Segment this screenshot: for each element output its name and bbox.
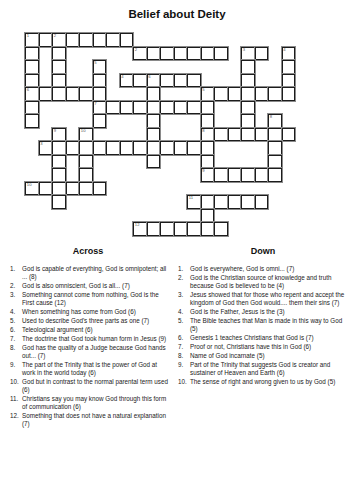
down-clue-list: 1.God is everywhere, God is omni... (7)2…	[178, 265, 348, 386]
grid-cell[interactable]	[147, 222, 161, 236]
blocked-cell	[106, 128, 120, 142]
grid-cell[interactable]	[282, 74, 296, 88]
clue-number: 1.	[10, 265, 22, 273]
grid-cell[interactable]: 12	[133, 222, 147, 236]
clue-item: 4.When something has come from God (6)	[10, 308, 170, 316]
cell-number: 1	[27, 34, 29, 39]
blocked-cell	[120, 128, 134, 142]
blocked-cell	[120, 182, 134, 196]
grid-cell[interactable]	[147, 114, 161, 128]
grid-cell[interactable]	[52, 47, 66, 61]
clue-number: 4.	[178, 308, 190, 316]
grid-cell[interactable]	[147, 101, 161, 115]
blocked-cell	[187, 128, 201, 142]
blocked-cell	[187, 60, 201, 74]
blocked-cell	[160, 168, 174, 182]
grid-cell[interactable]	[174, 47, 188, 61]
down-header: Down	[178, 246, 348, 256]
crossword-grid: 122345466578910839101112	[25, 33, 295, 236]
clue-number: 9.	[10, 361, 22, 369]
clue-number: 4.	[10, 308, 22, 316]
grid-cell[interactable]	[120, 101, 134, 115]
clue-item: 5.The Bible teaches that Man is made in …	[178, 317, 348, 333]
blocked-cell	[120, 47, 134, 61]
grid-cell[interactable]	[282, 60, 296, 74]
grid-cell[interactable]	[241, 195, 255, 209]
clue-text: God is capable of everything, God is omn…	[22, 265, 170, 281]
clue-number: 6.	[10, 326, 22, 334]
blocked-cell	[228, 141, 242, 155]
blocked-cell	[106, 155, 120, 169]
grid-cell[interactable]	[52, 74, 66, 88]
grid-cell[interactable]	[268, 87, 282, 101]
grid-cell[interactable]	[241, 60, 255, 74]
grid-cell[interactable]	[147, 155, 161, 169]
page-title: Belief about Deity	[0, 8, 354, 20]
blocked-cell	[255, 209, 269, 223]
grid-cell[interactable]: 7	[93, 101, 107, 115]
blocked-cell	[106, 209, 120, 223]
clue-number: 10.	[10, 378, 22, 386]
grid-cell[interactable]	[147, 141, 161, 155]
blocked-cell	[66, 114, 80, 128]
blocked-cell	[187, 209, 201, 223]
cell-number: 7	[94, 102, 96, 107]
grid-cell[interactable]	[201, 195, 215, 209]
grid-cell[interactable]	[79, 182, 93, 196]
grid-cell[interactable]	[79, 33, 93, 47]
blocked-cell	[79, 47, 93, 61]
blocked-cell	[133, 182, 147, 196]
blocked-cell	[93, 168, 107, 182]
grid-cell[interactable]	[201, 101, 215, 115]
blocked-cell	[106, 60, 120, 74]
blocked-cell	[133, 114, 147, 128]
clue-number: 8.	[10, 344, 22, 352]
grid-cell[interactable]	[93, 182, 107, 196]
grid-cell[interactable]	[147, 47, 161, 61]
grid-cell[interactable]	[241, 114, 255, 128]
blocked-cell	[106, 222, 120, 236]
cell-number: 4	[121, 75, 123, 80]
grid-cell[interactable]	[79, 141, 93, 155]
blocked-cell	[93, 128, 107, 142]
blocked-cell	[255, 74, 269, 88]
grid-cell[interactable]	[25, 47, 39, 61]
blocked-cell	[66, 168, 80, 182]
grid-cell[interactable]	[174, 101, 188, 115]
grid-cell[interactable]	[52, 87, 66, 101]
blocked-cell	[228, 182, 242, 196]
blocked-cell	[133, 60, 147, 74]
blocked-cell	[201, 182, 215, 196]
blocked-cell	[228, 60, 242, 74]
blocked-cell	[106, 47, 120, 61]
grid-cell[interactable]	[201, 114, 215, 128]
grid-cell[interactable]	[106, 141, 120, 155]
blocked-cell	[106, 182, 120, 196]
blocked-cell	[228, 209, 242, 223]
clue-item: 6.Teleological argument (6)	[10, 326, 170, 334]
grid-cell[interactable]	[160, 47, 174, 61]
grid-cell[interactable]	[39, 182, 53, 196]
clue-item: 2.God is the Christian source of knowled…	[178, 274, 348, 290]
blocked-cell	[133, 209, 147, 223]
grid-cell[interactable]	[39, 87, 53, 101]
blocked-cell	[133, 128, 147, 142]
grid-cell[interactable]	[241, 74, 255, 88]
blocked-cell	[160, 128, 174, 142]
grid-cell[interactable]	[106, 101, 120, 115]
grid-cell[interactable]	[282, 128, 296, 142]
blocked-cell	[174, 209, 188, 223]
clue-text: The part of the Trinity that is the powe…	[22, 361, 170, 377]
blocked-cell	[187, 114, 201, 128]
blocked-cell	[187, 33, 201, 47]
blocked-cell	[25, 222, 39, 236]
grid-cell[interactable]	[25, 74, 39, 88]
grid-cell[interactable]	[255, 87, 269, 101]
grid-cell[interactable]	[106, 33, 120, 47]
grid-cell[interactable]	[79, 87, 93, 101]
blocked-cell	[147, 60, 161, 74]
blocked-cell	[66, 101, 80, 115]
blocked-cell	[66, 209, 80, 223]
grid-cell[interactable]	[228, 168, 242, 182]
grid-cell[interactable]	[214, 128, 228, 142]
clue-number: 6.	[178, 334, 190, 342]
grid-cell[interactable]: 10	[25, 182, 39, 196]
blocked-cell	[282, 168, 296, 182]
blocked-cell	[174, 60, 188, 74]
clue-text: Something cannot come from nothing, God …	[22, 291, 170, 307]
grid-cell[interactable]	[39, 33, 53, 47]
blocked-cell	[133, 155, 147, 169]
blocked-cell	[174, 87, 188, 101]
blocked-cell	[255, 114, 269, 128]
blocked-cell	[201, 60, 215, 74]
grid-cell[interactable]	[133, 74, 147, 88]
grid-cell[interactable]	[66, 33, 80, 47]
clue-item: 4.God is the Father, Jesus is the (3)	[178, 308, 348, 316]
grid-cell[interactable]: 6	[25, 87, 39, 101]
grid-cell[interactable]	[93, 141, 107, 155]
grid-cell[interactable]	[52, 182, 66, 196]
blocked-cell	[106, 74, 120, 88]
grid-cell[interactable]	[241, 168, 255, 182]
grid-cell[interactable]	[133, 101, 147, 115]
blocked-cell	[39, 128, 53, 142]
blocked-cell	[160, 182, 174, 196]
grid-cell[interactable]: 11	[187, 195, 201, 209]
grid-cell[interactable]	[201, 155, 215, 169]
grid-cell[interactable]	[187, 74, 201, 88]
grid-cell[interactable]	[147, 87, 161, 101]
cell-number: 3	[40, 142, 42, 147]
blocked-cell	[174, 114, 188, 128]
grid-cell[interactable]	[79, 168, 93, 182]
blocked-cell	[282, 222, 296, 236]
clue-item: 3.Jesus showed that for those who repent…	[178, 291, 348, 307]
grid-cell[interactable]: 4	[120, 74, 134, 88]
clue-number: 3.	[178, 291, 190, 299]
across-header: Across	[6, 246, 170, 256]
grid-cell[interactable]	[120, 33, 134, 47]
grid-cell[interactable]	[133, 141, 147, 155]
blocked-cell	[106, 195, 120, 209]
grid-cell[interactable]: 5	[201, 87, 215, 101]
clue-text: Part of the Trinity that suggests God is…	[190, 361, 348, 377]
blocked-cell	[214, 155, 228, 169]
grid-cell[interactable]	[174, 222, 188, 236]
across-clues: Across 1.God is capable of everything, G…	[10, 246, 170, 429]
blocked-cell	[147, 33, 161, 47]
grid-cell[interactable]	[52, 168, 66, 182]
clue-text: God is everywhere, God is omni... (7)	[190, 265, 348, 273]
blocked-cell	[228, 114, 242, 128]
clue-number: 5.	[178, 317, 190, 325]
grid-cell[interactable]: 10	[79, 128, 93, 142]
grid-cell[interactable]	[268, 141, 282, 155]
blocked-cell	[25, 209, 39, 223]
grid-cell[interactable]	[187, 141, 201, 155]
grid-cell[interactable]	[174, 141, 188, 155]
grid-cell[interactable]	[93, 74, 107, 88]
grid-cell[interactable]	[201, 222, 215, 236]
grid-cell[interactable]: 3	[241, 47, 255, 61]
grid-cell[interactable]	[255, 168, 269, 182]
clue-item: 12.Something that does not have a natura…	[10, 412, 170, 428]
grid-cell[interactable]: 3	[39, 141, 53, 155]
grid-cell[interactable]: 6	[147, 74, 161, 88]
blocked-cell	[268, 195, 282, 209]
blocked-cell	[120, 60, 134, 74]
cell-number: 10	[27, 183, 32, 188]
grid-cell[interactable]	[241, 128, 255, 142]
grid-cell[interactable]: 2	[52, 33, 66, 47]
grid-cell[interactable]	[25, 114, 39, 128]
grid-cell[interactable]	[147, 128, 161, 142]
blocked-cell	[25, 141, 39, 155]
grid-cell[interactable]	[66, 87, 80, 101]
grid-cell[interactable]	[228, 128, 242, 142]
grid-cell[interactable]	[52, 195, 66, 209]
grid-cell[interactable]	[120, 141, 134, 155]
clue-text: Name of God incarnate (5)	[190, 352, 348, 360]
blocked-cell	[241, 182, 255, 196]
grid-cell[interactable]: 9	[201, 168, 215, 182]
grid-cell[interactable]	[66, 182, 80, 196]
grid-cell[interactable]	[160, 101, 174, 115]
clue-text: Jesus showed that for those who repent a…	[190, 291, 348, 307]
blocked-cell	[282, 114, 296, 128]
blocked-cell	[282, 33, 296, 47]
blocked-cell	[214, 114, 228, 128]
grid-cell[interactable]	[66, 141, 80, 155]
clue-number: 9.	[178, 361, 190, 369]
grid-cell[interactable]	[25, 60, 39, 74]
clue-number: 11.	[10, 395, 22, 403]
grid-cell[interactable]	[214, 222, 228, 236]
blocked-cell	[147, 168, 161, 182]
blocked-cell	[160, 209, 174, 223]
cell-number: 5	[202, 88, 204, 93]
grid-cell[interactable]	[228, 87, 242, 101]
blocked-cell	[214, 74, 228, 88]
blocked-cell	[160, 87, 174, 101]
grid-cell[interactable]: 2	[133, 47, 147, 61]
blocked-cell	[268, 222, 282, 236]
cell-number: 8	[202, 129, 204, 134]
blocked-cell	[228, 101, 242, 115]
blocked-cell	[241, 33, 255, 47]
blocked-cell	[147, 195, 161, 209]
blocked-cell	[79, 222, 93, 236]
grid-cell[interactable]	[282, 87, 296, 101]
blocked-cell	[106, 168, 120, 182]
cell-number: 5	[94, 61, 96, 66]
blocked-cell	[174, 168, 188, 182]
clue-text: The Bible teaches that Man is made in th…	[190, 317, 348, 333]
clue-text: Genesis 1 teaches Christians that God is…	[190, 334, 348, 342]
blocked-cell	[25, 155, 39, 169]
blocked-cell	[52, 101, 66, 115]
grid-cell[interactable]: 8	[268, 114, 282, 128]
grid-cell[interactable]: 4	[282, 47, 296, 61]
blocked-cell	[66, 222, 80, 236]
blocked-cell	[93, 47, 107, 61]
blocked-cell	[120, 114, 134, 128]
clue-item: 1.God is capable of everything, God is o…	[10, 265, 170, 281]
grid-cell[interactable]	[52, 141, 66, 155]
grid-cell[interactable]	[52, 155, 66, 169]
grid-cell[interactable]	[187, 47, 201, 61]
grid-cell[interactable]	[187, 101, 201, 115]
grid-cell[interactable]: 8	[201, 128, 215, 142]
grid-cell[interactable]	[241, 101, 255, 115]
blocked-cell	[228, 222, 242, 236]
grid-cell[interactable]	[255, 47, 269, 61]
blocked-cell	[93, 155, 107, 169]
clue-item: 8.Name of God incarnate (5)	[178, 352, 348, 360]
blocked-cell	[39, 168, 53, 182]
blocked-cell	[255, 155, 269, 169]
blocked-cell	[174, 33, 188, 47]
grid-cell[interactable]: 9	[52, 128, 66, 142]
blocked-cell	[201, 74, 215, 88]
blocked-cell	[39, 60, 53, 74]
grid-cell[interactable]: 5	[93, 60, 107, 74]
grid-cell[interactable]	[93, 87, 107, 101]
grid-cell[interactable]	[25, 101, 39, 115]
grid-cell[interactable]	[174, 74, 188, 88]
blocked-cell	[120, 155, 134, 169]
grid-cell[interactable]	[201, 209, 215, 223]
blocked-cell	[160, 60, 174, 74]
blocked-cell	[228, 33, 242, 47]
blocked-cell	[255, 101, 269, 115]
grid-cell[interactable]	[201, 141, 215, 155]
grid-cell[interactable]	[79, 155, 93, 169]
blocked-cell	[268, 47, 282, 61]
clue-text: Christians say you may know God through …	[22, 395, 170, 411]
blocked-cell	[120, 222, 134, 236]
blocked-cell	[147, 209, 161, 223]
blocked-cell	[120, 209, 134, 223]
clue-number: 3.	[10, 291, 22, 299]
grid-cell[interactable]	[255, 128, 269, 142]
clue-item: 10.God but in contrast to the normal par…	[10, 378, 170, 394]
blocked-cell	[255, 222, 269, 236]
clue-number: 2.	[10, 282, 22, 290]
grid-cell[interactable]	[160, 141, 174, 155]
blocked-cell	[66, 47, 80, 61]
cell-number: 9	[202, 169, 204, 174]
blocked-cell	[79, 74, 93, 88]
blocked-cell	[52, 114, 66, 128]
blocked-cell	[214, 182, 228, 196]
blocked-cell	[187, 168, 201, 182]
blocked-cell	[174, 195, 188, 209]
blocked-cell	[39, 47, 53, 61]
cell-number: 3	[243, 48, 245, 53]
grid-cell[interactable]	[268, 128, 282, 142]
blocked-cell	[39, 114, 53, 128]
blocked-cell	[79, 195, 93, 209]
blocked-cell	[66, 60, 80, 74]
cell-number: 2	[135, 48, 137, 53]
grid-cell[interactable]	[160, 222, 174, 236]
blocked-cell	[268, 182, 282, 196]
grid-cell[interactable]	[214, 195, 228, 209]
clue-number: 10.	[178, 378, 190, 386]
blocked-cell	[106, 87, 120, 101]
grid-cell[interactable]	[241, 87, 255, 101]
clue-text: Something that does not have a natural e…	[22, 412, 170, 428]
grid-cell[interactable]	[228, 195, 242, 209]
clue-item: 7.Proof or not, Christians have this in …	[178, 343, 348, 351]
blocked-cell	[214, 141, 228, 155]
blocked-cell	[214, 33, 228, 47]
grid-cell[interactable]	[268, 155, 282, 169]
clue-text: The sense of right and wrong given to us…	[190, 378, 348, 386]
blocked-cell	[79, 209, 93, 223]
blocked-cell	[39, 222, 53, 236]
grid-cell[interactable]	[201, 47, 215, 61]
blocked-cell	[39, 155, 53, 169]
grid-cell[interactable]	[268, 168, 282, 182]
grid-cell[interactable]	[214, 87, 228, 101]
grid-cell[interactable]	[187, 222, 201, 236]
clue-number: 2.	[178, 274, 190, 282]
blocked-cell	[160, 155, 174, 169]
grid-cell[interactable]	[214, 168, 228, 182]
grid-cell[interactable]	[52, 60, 66, 74]
blocked-cell	[120, 168, 134, 182]
grid-cell[interactable]	[93, 33, 107, 47]
blocked-cell	[255, 141, 269, 155]
blocked-cell	[160, 114, 174, 128]
grid-cell[interactable]	[93, 114, 107, 128]
grid-cell[interactable]	[255, 195, 269, 209]
cell-number: 6	[148, 75, 150, 80]
grid-cell[interactable]: 1	[25, 33, 39, 47]
blocked-cell	[25, 168, 39, 182]
clue-number: 7.	[10, 335, 22, 343]
blocked-cell	[147, 182, 161, 196]
grid-cell[interactable]	[214, 47, 228, 61]
grid-cell[interactable]	[160, 74, 174, 88]
